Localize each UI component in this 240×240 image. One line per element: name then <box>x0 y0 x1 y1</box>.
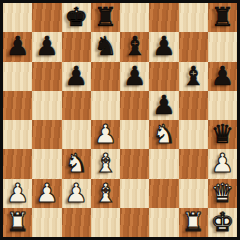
white-bishop: ♝ <box>94 179 117 208</box>
square-b6[interactable] <box>32 62 61 91</box>
white-pawn: ♟ <box>6 179 29 208</box>
square-g5[interactable] <box>179 91 208 120</box>
square-g6[interactable]: ♝ <box>179 62 208 91</box>
chess-board-frame: ♚♜♜♟♟♞♝♟♟♟♝♟♟♟♞♛♞♝♟♟♟♟♝♛♜♜♚ <box>0 0 240 240</box>
square-h3[interactable]: ♟ <box>208 149 237 178</box>
square-g1[interactable]: ♜ <box>179 208 208 237</box>
white-pawn: ♟ <box>35 179 58 208</box>
square-g8[interactable] <box>179 3 208 32</box>
square-e7[interactable]: ♝ <box>120 32 149 61</box>
square-a4[interactable] <box>3 120 32 149</box>
square-f1[interactable] <box>149 208 178 237</box>
square-c3[interactable]: ♞ <box>62 149 91 178</box>
square-h4[interactable]: ♛ <box>208 120 237 149</box>
square-f3[interactable] <box>149 149 178 178</box>
square-a1[interactable]: ♜ <box>3 208 32 237</box>
square-c8[interactable]: ♚ <box>62 3 91 32</box>
black-king: ♚ <box>64 3 87 32</box>
square-e1[interactable] <box>120 208 149 237</box>
black-pawn: ♟ <box>152 91 175 120</box>
square-c1[interactable] <box>62 208 91 237</box>
square-e6[interactable]: ♟ <box>120 62 149 91</box>
square-e3[interactable] <box>120 149 149 178</box>
square-c5[interactable] <box>62 91 91 120</box>
square-d1[interactable] <box>91 208 120 237</box>
square-c2[interactable]: ♟ <box>62 179 91 208</box>
square-a7[interactable]: ♟ <box>3 32 32 61</box>
square-h6[interactable]: ♟ <box>208 62 237 91</box>
square-e8[interactable] <box>120 3 149 32</box>
white-queen: ♛ <box>211 179 234 208</box>
square-d7[interactable]: ♞ <box>91 32 120 61</box>
square-g2[interactable] <box>179 179 208 208</box>
square-a3[interactable] <box>3 149 32 178</box>
square-f8[interactable] <box>149 3 178 32</box>
square-b3[interactable] <box>32 149 61 178</box>
white-king: ♚ <box>211 208 234 237</box>
square-h7[interactable] <box>208 32 237 61</box>
square-e2[interactable] <box>120 179 149 208</box>
square-h2[interactable]: ♛ <box>208 179 237 208</box>
white-bishop: ♝ <box>94 149 117 178</box>
square-f5[interactable]: ♟ <box>149 91 178 120</box>
square-e5[interactable] <box>120 91 149 120</box>
square-f6[interactable] <box>149 62 178 91</box>
square-d5[interactable] <box>91 91 120 120</box>
square-g4[interactable] <box>179 120 208 149</box>
white-knight: ♞ <box>64 149 87 178</box>
black-pawn: ♟ <box>35 32 58 61</box>
square-a6[interactable] <box>3 62 32 91</box>
black-pawn: ♟ <box>123 62 146 91</box>
square-d4[interactable]: ♟ <box>91 120 120 149</box>
square-f2[interactable] <box>149 179 178 208</box>
square-d6[interactable] <box>91 62 120 91</box>
square-h5[interactable] <box>208 91 237 120</box>
square-b4[interactable] <box>32 120 61 149</box>
square-b1[interactable] <box>32 208 61 237</box>
square-c6[interactable]: ♟ <box>62 62 91 91</box>
white-pawn: ♟ <box>94 120 117 149</box>
white-knight: ♞ <box>152 120 175 149</box>
square-d8[interactable]: ♜ <box>91 3 120 32</box>
square-f4[interactable]: ♞ <box>149 120 178 149</box>
chess-board: ♚♜♜♟♟♞♝♟♟♟♝♟♟♟♞♛♞♝♟♟♟♟♝♛♜♜♚ <box>3 3 237 237</box>
black-pawn: ♟ <box>152 32 175 61</box>
square-d3[interactable]: ♝ <box>91 149 120 178</box>
white-rook: ♜ <box>181 208 204 237</box>
square-b5[interactable] <box>32 91 61 120</box>
black-bishop: ♝ <box>181 62 204 91</box>
white-pawn: ♟ <box>211 149 234 178</box>
square-e4[interactable] <box>120 120 149 149</box>
square-d2[interactable]: ♝ <box>91 179 120 208</box>
black-bishop: ♝ <box>123 32 146 61</box>
white-rook: ♜ <box>6 208 29 237</box>
black-pawn: ♟ <box>211 62 234 91</box>
black-rook: ♜ <box>211 3 234 32</box>
black-pawn: ♟ <box>6 32 29 61</box>
square-b8[interactable] <box>32 3 61 32</box>
square-c4[interactable] <box>62 120 91 149</box>
square-h8[interactable]: ♜ <box>208 3 237 32</box>
black-rook: ♜ <box>94 3 117 32</box>
square-g3[interactable] <box>179 149 208 178</box>
square-a2[interactable]: ♟ <box>3 179 32 208</box>
square-a5[interactable] <box>3 91 32 120</box>
square-b7[interactable]: ♟ <box>32 32 61 61</box>
black-pawn: ♟ <box>64 62 87 91</box>
white-pawn: ♟ <box>64 179 87 208</box>
square-b2[interactable]: ♟ <box>32 179 61 208</box>
square-a8[interactable] <box>3 3 32 32</box>
square-h1[interactable]: ♚ <box>208 208 237 237</box>
square-c7[interactable] <box>62 32 91 61</box>
black-knight: ♞ <box>94 32 117 61</box>
square-g7[interactable] <box>179 32 208 61</box>
square-f7[interactable]: ♟ <box>149 32 178 61</box>
black-queen: ♛ <box>211 120 234 149</box>
